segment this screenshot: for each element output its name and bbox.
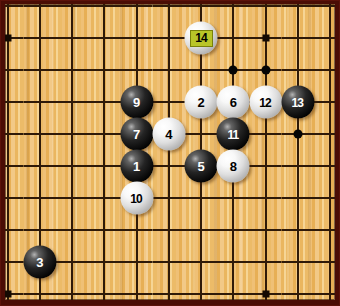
intersection: [88, 182, 120, 214]
renju-diagram-screenshot: 1492612137411158103: [0, 0, 340, 306]
stone-white-6: 6: [217, 86, 250, 119]
intersection: [24, 118, 56, 150]
intersection: [314, 54, 335, 86]
star-point-marker: [5, 35, 11, 42]
intersection: [282, 246, 314, 278]
intersection: [153, 278, 185, 300]
stone-white-12: 12: [249, 86, 282, 119]
intersection: [314, 278, 335, 300]
move-number: 9: [133, 96, 140, 109]
intersection: [282, 214, 314, 246]
intersection: 13: [282, 86, 314, 118]
stone-white-14: 14: [185, 22, 218, 55]
intersection: [153, 54, 185, 86]
intersection: [249, 4, 281, 22]
intersection: [5, 214, 24, 246]
intersection: [24, 22, 56, 54]
intersection: [56, 278, 88, 300]
intersection: [24, 86, 56, 118]
stone-black-13: 13: [281, 86, 314, 119]
stone-black-1: 1: [120, 150, 153, 183]
intersection: [249, 54, 281, 86]
intersection: [56, 22, 88, 54]
intersection: [249, 246, 281, 278]
intersection: 9: [120, 86, 152, 118]
stone-black-9: 9: [120, 86, 153, 119]
intersection: [5, 150, 24, 182]
intersection: [120, 278, 152, 300]
intersection: [185, 4, 217, 22]
stone-white-2: 2: [185, 86, 218, 119]
intersection: [249, 214, 281, 246]
last-move-label: 14: [190, 30, 213, 47]
intersection: 5: [185, 150, 217, 182]
move-number: 7: [133, 128, 140, 141]
intersection: [88, 150, 120, 182]
intersection: [153, 246, 185, 278]
move-number: 5: [197, 160, 204, 173]
move-number: 4: [165, 128, 172, 141]
intersection: [314, 22, 335, 54]
intersection: [153, 182, 185, 214]
intersection: 3: [24, 246, 56, 278]
intersection: [24, 4, 56, 22]
intersection: [153, 150, 185, 182]
intersection: [314, 246, 335, 278]
star-point-marker: [5, 291, 11, 298]
board-frame: 1492612137411158103: [0, 0, 340, 306]
intersection: [314, 214, 335, 246]
renju-board[interactable]: 1492612137411158103: [5, 4, 335, 300]
intersection: [5, 54, 24, 86]
intersection: [185, 118, 217, 150]
move-number: 13: [292, 96, 303, 108]
intersection: [185, 278, 217, 300]
intersection: 7: [120, 118, 152, 150]
move-number: 11: [227, 128, 238, 140]
intersection: [249, 182, 281, 214]
intersection: [314, 86, 335, 118]
intersection: [217, 214, 249, 246]
intersection: [24, 150, 56, 182]
intersection: [314, 150, 335, 182]
intersection: [217, 246, 249, 278]
intersection: [282, 150, 314, 182]
intersection: [88, 54, 120, 86]
move-number: 1: [133, 160, 140, 173]
intersection: [56, 214, 88, 246]
intersection: [120, 54, 152, 86]
stone-black-11: 11: [217, 118, 250, 151]
move-number: 6: [230, 96, 237, 109]
stone-black-5: 5: [185, 150, 218, 183]
intersection: [217, 54, 249, 86]
intersection: [217, 278, 249, 300]
move-number: 10: [130, 192, 141, 204]
intersection: [120, 22, 152, 54]
intersection: [56, 118, 88, 150]
intersection: [282, 22, 314, 54]
intersection: [24, 278, 56, 300]
intersection: [185, 214, 217, 246]
intersection: 1: [120, 150, 152, 182]
intersection: [5, 118, 24, 150]
intersection: [249, 278, 281, 300]
intersection: [282, 278, 314, 300]
stone-white-10: 10: [120, 182, 153, 215]
intersection: [88, 214, 120, 246]
intersection: [5, 4, 24, 22]
intersection: [120, 214, 152, 246]
intersection: [5, 182, 24, 214]
move-number: 2: [197, 96, 204, 109]
intersection: [314, 4, 335, 22]
stone-black-3: 3: [23, 246, 56, 279]
intersection: [282, 118, 314, 150]
point-marker-dot: [229, 66, 238, 75]
intersection: [120, 4, 152, 22]
intersection: 6: [217, 86, 249, 118]
intersection: [185, 182, 217, 214]
intersection: [24, 54, 56, 86]
star-point-marker: [262, 291, 269, 298]
intersection: 8: [217, 150, 249, 182]
intersection: [56, 86, 88, 118]
intersection: 4: [153, 118, 185, 150]
intersection: [56, 182, 88, 214]
intersection: [153, 214, 185, 246]
stone-white-8: 8: [217, 150, 250, 183]
intersection: [153, 4, 185, 22]
intersection: [88, 278, 120, 300]
intersection: 2: [185, 86, 217, 118]
intersection: [282, 182, 314, 214]
intersection: 10: [120, 182, 152, 214]
intersection: [217, 22, 249, 54]
intersection: 11: [217, 118, 249, 150]
intersection: [153, 86, 185, 118]
intersection: [153, 22, 185, 54]
intersection: [249, 22, 281, 54]
intersection: [217, 4, 249, 22]
intersection: [88, 22, 120, 54]
intersection: [56, 54, 88, 86]
move-number: 12: [259, 96, 270, 108]
intersection: 12: [249, 86, 281, 118]
intersection: [88, 246, 120, 278]
intersection: [185, 54, 217, 86]
stone-white-4: 4: [152, 118, 185, 151]
move-number: 3: [36, 256, 43, 269]
intersection: [56, 150, 88, 182]
point-marker-dot: [293, 130, 302, 139]
stone-black-7: 7: [120, 118, 153, 151]
intersection: [5, 278, 24, 300]
intersection: [314, 182, 335, 214]
intersection: [24, 182, 56, 214]
intersection: [249, 118, 281, 150]
intersection: [282, 54, 314, 86]
intersection: [88, 118, 120, 150]
intersection: [56, 246, 88, 278]
intersection: [56, 4, 88, 22]
intersection: [5, 22, 24, 54]
intersection: 14: [185, 22, 217, 54]
star-point-marker: [262, 35, 269, 42]
intersection: [88, 86, 120, 118]
point-marker-dot: [261, 66, 270, 75]
move-number: 8: [230, 160, 237, 173]
intersection: [217, 182, 249, 214]
intersection: [5, 246, 24, 278]
intersection: [282, 4, 314, 22]
intersection: [88, 4, 120, 22]
board-grid: 1492612137411158103: [5, 4, 335, 300]
intersection: [120, 246, 152, 278]
intersection: [5, 86, 24, 118]
intersection: [249, 150, 281, 182]
intersection: [24, 214, 56, 246]
intersection: [314, 118, 335, 150]
intersection: [185, 246, 217, 278]
